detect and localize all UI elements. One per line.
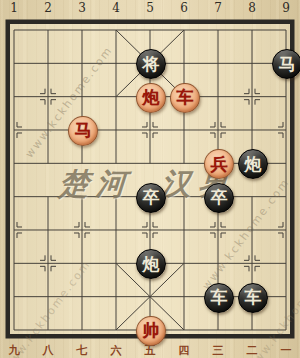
- piece-red-cannon[interactable]: 炮: [136, 83, 166, 113]
- xiangqi-board-screenshot: 楚河 汉界 www.kckhome.comwww.kckhome.comwww.…: [0, 0, 300, 358]
- pieces-layer: 将马炮车马兵炮卒卒炮车车帅: [0, 0, 300, 358]
- piece-black-soldier-2[interactable]: 卒: [204, 183, 234, 213]
- piece-black-general[interactable]: 将: [136, 49, 166, 79]
- piece-red-horse[interactable]: 马: [68, 116, 98, 146]
- piece-black-cannon-1[interactable]: 炮: [238, 149, 268, 179]
- piece-black-horse[interactable]: 马: [272, 49, 300, 79]
- piece-black-chariot-2[interactable]: 车: [238, 283, 268, 313]
- piece-red-chariot[interactable]: 车: [170, 83, 200, 113]
- piece-black-cannon-2[interactable]: 炮: [136, 249, 166, 279]
- piece-red-general[interactable]: 帅: [136, 316, 166, 346]
- piece-red-soldier[interactable]: 兵: [204, 149, 234, 179]
- piece-black-soldier-1[interactable]: 卒: [136, 183, 166, 213]
- piece-black-chariot-1[interactable]: 车: [204, 283, 234, 313]
